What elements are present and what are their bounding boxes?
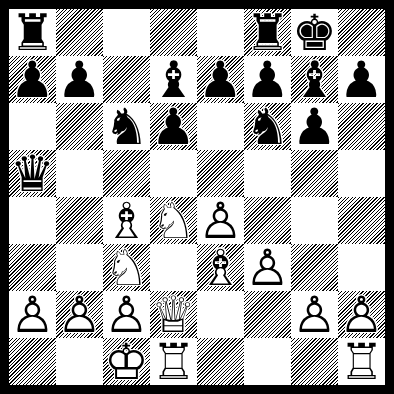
- white-pawn-icon: ♟♙: [338, 291, 385, 338]
- square-f3[interactable]: ♟♙: [244, 244, 291, 291]
- square-e1[interactable]: [197, 338, 244, 385]
- square-g5[interactable]: [291, 150, 338, 197]
- piece-glyph: ♗: [197, 244, 244, 291]
- square-f1[interactable]: [244, 338, 291, 385]
- white-knight-icon: ♞♘: [150, 197, 197, 244]
- white-pawn-icon: ♟♙: [291, 291, 338, 338]
- board-frame: ♜♜♜♜♚♚♟♟♟♟♝♝♟♟♟♟♝♝♟♟♞♞♟♟♞♞♟♟♛♛♝♗♞♘♟♙♞♘♝♗…: [0, 0, 394, 394]
- square-a3[interactable]: [9, 244, 56, 291]
- black-pawn-icon: ♟♟: [56, 56, 103, 103]
- square-c1[interactable]: ♚♔: [103, 338, 150, 385]
- square-c6[interactable]: ♞♞: [103, 103, 150, 150]
- white-pawn-icon: ♟♙: [197, 197, 244, 244]
- piece-glyph: ♟: [291, 103, 338, 150]
- square-c7[interactable]: [103, 56, 150, 103]
- black-pawn-icon: ♟♟: [244, 56, 291, 103]
- black-pawn-icon: ♟♟: [150, 103, 197, 150]
- piece-glyph: ♙: [291, 291, 338, 338]
- black-pawn-icon: ♟♟: [291, 103, 338, 150]
- white-king-icon: ♚♔: [103, 338, 150, 385]
- black-bishop-icon: ♝♝: [291, 56, 338, 103]
- black-rook-icon: ♜♜: [244, 9, 291, 56]
- piece-glyph: ♟: [244, 56, 291, 103]
- square-g6[interactable]: ♟♟: [291, 103, 338, 150]
- square-f6[interactable]: ♞♞: [244, 103, 291, 150]
- square-c3[interactable]: ♞♘: [103, 244, 150, 291]
- square-b8[interactable]: [56, 9, 103, 56]
- square-c4[interactable]: ♝♗: [103, 197, 150, 244]
- white-pawn-icon: ♟♙: [56, 291, 103, 338]
- white-queen-icon: ♛♕: [150, 291, 197, 338]
- piece-glyph: ♚: [291, 9, 338, 56]
- square-h1[interactable]: ♜♖: [338, 338, 385, 385]
- square-e3[interactable]: ♝♗: [197, 244, 244, 291]
- piece-glyph: ♞: [103, 103, 150, 150]
- piece-glyph: ♜: [244, 9, 291, 56]
- square-b2[interactable]: ♟♙: [56, 291, 103, 338]
- square-d2[interactable]: ♛♕: [150, 291, 197, 338]
- piece-glyph: ♘: [103, 244, 150, 291]
- square-h7[interactable]: ♟♟: [338, 56, 385, 103]
- piece-glyph: ♙: [197, 197, 244, 244]
- piece-glyph: ♘: [150, 197, 197, 244]
- black-pawn-icon: ♟♟: [338, 56, 385, 103]
- square-f8[interactable]: ♜♜: [244, 9, 291, 56]
- white-knight-icon: ♞♘: [103, 244, 150, 291]
- piece-glyph: ♝: [291, 56, 338, 103]
- square-b4[interactable]: [56, 197, 103, 244]
- square-f2[interactable]: [244, 291, 291, 338]
- piece-glyph: ♟: [338, 56, 385, 103]
- square-d1[interactable]: ♜♖: [150, 338, 197, 385]
- piece-glyph: ♖: [338, 338, 385, 385]
- square-h6[interactable]: [338, 103, 385, 150]
- square-e5[interactable]: [197, 150, 244, 197]
- square-g8[interactable]: ♚♚: [291, 9, 338, 56]
- square-e7[interactable]: ♟♟: [197, 56, 244, 103]
- piece-glyph: ♙: [56, 291, 103, 338]
- square-g7[interactable]: ♝♝: [291, 56, 338, 103]
- black-bishop-icon: ♝♝: [150, 56, 197, 103]
- white-pawn-icon: ♟♙: [103, 291, 150, 338]
- square-a1[interactable]: [9, 338, 56, 385]
- black-knight-icon: ♞♞: [244, 103, 291, 150]
- square-f5[interactable]: [244, 150, 291, 197]
- piece-glyph: ♙: [9, 291, 56, 338]
- square-d8[interactable]: [150, 9, 197, 56]
- square-e2[interactable]: [197, 291, 244, 338]
- square-a4[interactable]: [9, 197, 56, 244]
- square-a7[interactable]: ♟♟: [9, 56, 56, 103]
- piece-glyph: ♟: [9, 56, 56, 103]
- white-pawn-icon: ♟♙: [9, 291, 56, 338]
- square-h2[interactable]: ♟♙: [338, 291, 385, 338]
- square-a6[interactable]: [9, 103, 56, 150]
- white-rook-icon: ♜♖: [150, 338, 197, 385]
- square-d5[interactable]: [150, 150, 197, 197]
- square-c5[interactable]: [103, 150, 150, 197]
- square-b7[interactable]: ♟♟: [56, 56, 103, 103]
- square-c8[interactable]: [103, 9, 150, 56]
- square-b5[interactable]: [56, 150, 103, 197]
- piece-glyph: ♞: [244, 103, 291, 150]
- white-pawn-icon: ♟♙: [244, 244, 291, 291]
- piece-glyph: ♟: [56, 56, 103, 103]
- square-a2[interactable]: ♟♙: [9, 291, 56, 338]
- chess-board: ♜♜♜♜♚♚♟♟♟♟♝♝♟♟♟♟♝♝♟♟♞♞♟♟♞♞♟♟♛♛♝♗♞♘♟♙♞♘♝♗…: [9, 9, 385, 385]
- square-d3[interactable]: [150, 244, 197, 291]
- piece-glyph: ♝: [150, 56, 197, 103]
- black-knight-icon: ♞♞: [103, 103, 150, 150]
- square-f7[interactable]: ♟♟: [244, 56, 291, 103]
- square-a5[interactable]: ♛♛: [9, 150, 56, 197]
- black-king-icon: ♚♚: [291, 9, 338, 56]
- square-d7[interactable]: ♝♝: [150, 56, 197, 103]
- square-h4[interactable]: [338, 197, 385, 244]
- piece-glyph: ♔: [103, 338, 150, 385]
- square-f4[interactable]: [244, 197, 291, 244]
- white-rook-icon: ♜♖: [338, 338, 385, 385]
- square-e4[interactable]: ♟♙: [197, 197, 244, 244]
- black-rook-icon: ♜♜: [9, 9, 56, 56]
- square-h8[interactable]: [338, 9, 385, 56]
- piece-glyph: ♕: [150, 291, 197, 338]
- black-pawn-icon: ♟♟: [9, 56, 56, 103]
- piece-glyph: ♙: [103, 291, 150, 338]
- square-b1[interactable]: [56, 338, 103, 385]
- square-e8[interactable]: [197, 9, 244, 56]
- square-g3[interactable]: [291, 244, 338, 291]
- square-h5[interactable]: [338, 150, 385, 197]
- square-d4[interactable]: ♞♘: [150, 197, 197, 244]
- square-d6[interactable]: ♟♟: [150, 103, 197, 150]
- black-queen-icon: ♛♛: [9, 150, 56, 197]
- piece-glyph: ♜: [9, 9, 56, 56]
- piece-glyph: ♟: [150, 103, 197, 150]
- square-a8[interactable]: ♜♜: [9, 9, 56, 56]
- square-b3[interactable]: [56, 244, 103, 291]
- square-g1[interactable]: [291, 338, 338, 385]
- piece-glyph: ♟: [197, 56, 244, 103]
- piece-glyph: ♙: [244, 244, 291, 291]
- piece-glyph: ♙: [338, 291, 385, 338]
- square-c2[interactable]: ♟♙: [103, 291, 150, 338]
- square-b6[interactable]: [56, 103, 103, 150]
- square-h3[interactable]: [338, 244, 385, 291]
- piece-glyph: ♛: [9, 150, 56, 197]
- black-pawn-icon: ♟♟: [197, 56, 244, 103]
- piece-glyph: ♗: [103, 197, 150, 244]
- square-g4[interactable]: [291, 197, 338, 244]
- white-bishop-icon: ♝♗: [103, 197, 150, 244]
- square-g2[interactable]: ♟♙: [291, 291, 338, 338]
- white-bishop-icon: ♝♗: [197, 244, 244, 291]
- square-e6[interactable]: [197, 103, 244, 150]
- piece-glyph: ♖: [150, 338, 197, 385]
